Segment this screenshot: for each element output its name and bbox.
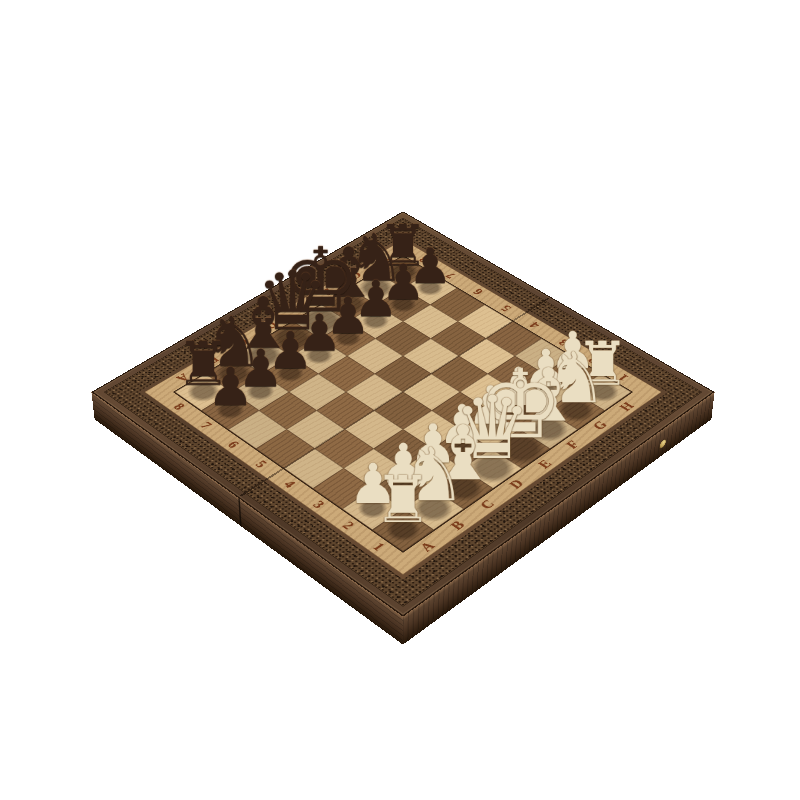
chess-board-3d: 11AA22BB33CC44DD55EE66FF77GG88HH ♜♞♝♛♚♝♞… [91, 211, 714, 616]
white-rook-glyph: ♜ [358, 453, 449, 530]
box-hinge-seam [238, 498, 241, 527]
product-photo-scene: 11AA22BB33CC44DD55EE66FF77GG88HH ♜♞♝♛♚♝♞… [0, 0, 800, 800]
black-pawn-glyph: ♟ [194, 349, 267, 411]
brass-latch-pin [659, 438, 666, 450]
